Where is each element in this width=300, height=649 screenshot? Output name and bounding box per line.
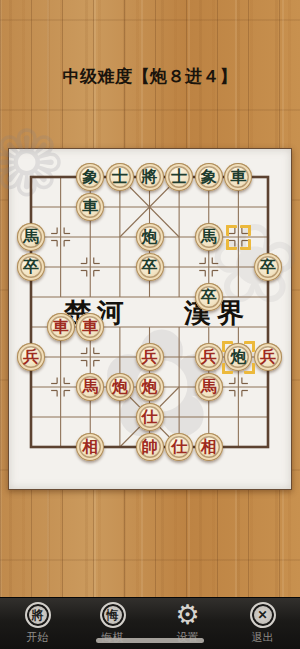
piece-black-cannon[interactable]: 炮 bbox=[136, 223, 164, 251]
board-cell: 兵 bbox=[135, 342, 165, 372]
piece-black-advisor[interactable]: 士 bbox=[165, 163, 193, 191]
difficulty-move-title: 中级难度【炮８进４】 bbox=[0, 65, 300, 88]
piece-black-chariot[interactable]: 車 bbox=[224, 163, 252, 191]
board-cell: 卒 bbox=[16, 252, 46, 282]
board-cell: 馬 bbox=[75, 372, 105, 402]
board-cell: 象 bbox=[194, 162, 224, 192]
board-cell: 仕 bbox=[135, 402, 165, 432]
piece-black-soldier[interactable]: 卒 bbox=[136, 253, 164, 281]
board-cell: 兵 bbox=[194, 342, 224, 372]
piece-black-general[interactable]: 將 bbox=[136, 163, 164, 191]
piece-red-soldier[interactable]: 兵 bbox=[17, 343, 45, 371]
gear-icon: ⚙ bbox=[175, 602, 199, 628]
board-cell: 車 bbox=[75, 312, 105, 342]
piece-black-advisor[interactable]: 士 bbox=[106, 163, 134, 191]
board-cell: 炮 bbox=[224, 342, 254, 372]
piece-red-horse[interactable]: 馬 bbox=[76, 373, 104, 401]
board-cell: 士 bbox=[105, 162, 135, 192]
board-cell: 兵 bbox=[253, 342, 283, 372]
exit-label: 退出 bbox=[252, 630, 274, 645]
home-indicator[interactable] bbox=[96, 638, 204, 643]
undo-piece-icon: 悔 bbox=[100, 602, 126, 628]
exit-button[interactable]: ✕ 退出 bbox=[225, 598, 300, 649]
piece-red-chariot[interactable]: 車 bbox=[76, 313, 104, 341]
piece-red-soldier[interactable]: 兵 bbox=[254, 343, 282, 371]
board-cell: 卒 bbox=[194, 282, 224, 312]
piece-red-chariot[interactable]: 車 bbox=[47, 313, 75, 341]
xiangqi-board[interactable]: ✿ ❁ ❀ 楚河 漢界 象士將士象車車馬炮馬卒卒卒卒炮車車兵兵兵兵馬炮炮馬仕相帥… bbox=[8, 148, 292, 490]
piece-red-marshal[interactable]: 帥 bbox=[136, 433, 164, 461]
board-cell: 車 bbox=[75, 192, 105, 222]
board-cell: 兵 bbox=[16, 342, 46, 372]
start-piece-icon: 將 bbox=[25, 602, 51, 628]
piece-black-soldier[interactable]: 卒 bbox=[254, 253, 282, 281]
piece-red-horse[interactable]: 馬 bbox=[195, 373, 223, 401]
board-cell: 炮 bbox=[135, 372, 165, 402]
board-cell: 炮 bbox=[105, 372, 135, 402]
board-cell: 卒 bbox=[253, 252, 283, 282]
board-cell: 炮 bbox=[135, 222, 165, 252]
board-cell: 象 bbox=[75, 162, 105, 192]
piece-black-soldier[interactable]: 卒 bbox=[195, 283, 223, 311]
piece-red-advisor[interactable]: 仕 bbox=[165, 433, 193, 461]
piece-red-elephant[interactable]: 相 bbox=[76, 433, 104, 461]
piece-black-soldier[interactable]: 卒 bbox=[17, 253, 45, 281]
board-cell: 相 bbox=[194, 432, 224, 462]
piece-red-soldier[interactable]: 兵 bbox=[136, 343, 164, 371]
start-button[interactable]: 將 开始 bbox=[0, 598, 75, 649]
piece-black-horse[interactable]: 馬 bbox=[195, 223, 223, 251]
board-cell: 卒 bbox=[135, 252, 165, 282]
board-cell: 仕 bbox=[164, 432, 194, 462]
board-cell: 馬 bbox=[16, 222, 46, 252]
piece-red-soldier[interactable]: 兵 bbox=[195, 343, 223, 371]
piece-black-cannon[interactable]: 炮 bbox=[224, 343, 252, 371]
board-cell: 車 bbox=[224, 162, 254, 192]
start-label: 开始 bbox=[27, 630, 49, 645]
piece-black-elephant[interactable]: 象 bbox=[195, 163, 223, 191]
board-cell: 馬 bbox=[194, 372, 224, 402]
piece-red-cannon[interactable]: 炮 bbox=[106, 373, 134, 401]
board-intersections: 象士將士象車車馬炮馬卒卒卒卒炮車車兵兵兵兵馬炮炮馬仕相帥仕相 bbox=[16, 162, 283, 462]
piece-black-elephant[interactable]: 象 bbox=[76, 163, 104, 191]
app-screen: 中级难度【炮８进４】 ✿ ❁ ❀ 楚河 漢界 象士將士象車車馬炮馬卒卒卒卒炮車車… bbox=[0, 0, 300, 649]
piece-red-elephant[interactable]: 相 bbox=[195, 433, 223, 461]
piece-black-chariot[interactable]: 車 bbox=[76, 193, 104, 221]
board-cell: 帥 bbox=[135, 432, 165, 462]
piece-red-cannon[interactable]: 炮 bbox=[136, 373, 164, 401]
board-cell: 將 bbox=[135, 162, 165, 192]
board-cell: 車 bbox=[46, 312, 76, 342]
piece-black-horse[interactable]: 馬 bbox=[17, 223, 45, 251]
piece-red-advisor[interactable]: 仕 bbox=[136, 403, 164, 431]
board-cell: 相 bbox=[75, 432, 105, 462]
board-cell: 士 bbox=[164, 162, 194, 192]
close-circle-icon: ✕ bbox=[250, 602, 276, 628]
board-cell: 馬 bbox=[194, 222, 224, 252]
